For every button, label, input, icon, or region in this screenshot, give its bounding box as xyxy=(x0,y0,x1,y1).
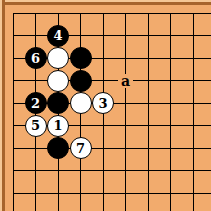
board-edge-left xyxy=(0,0,5,211)
black-stone xyxy=(70,70,92,92)
black-stone xyxy=(47,92,69,114)
point-label-a: a xyxy=(118,74,133,88)
white-stone-3: 3 xyxy=(92,92,114,114)
white-stone xyxy=(47,70,69,92)
go-board-grid[interactable]: 4623517a xyxy=(2,2,205,205)
black-stone xyxy=(47,137,69,159)
white-stone-7: 7 xyxy=(70,137,92,159)
black-stone-6: 6 xyxy=(25,47,47,69)
white-stone xyxy=(70,92,92,114)
board-edge-top xyxy=(0,0,211,5)
black-stone xyxy=(70,47,92,69)
white-stone-5: 5 xyxy=(25,115,47,137)
go-board-diagram: 4623517a xyxy=(0,0,211,211)
black-stone-4: 4 xyxy=(47,25,69,47)
white-stone-1: 1 xyxy=(47,115,69,137)
black-stone-2: 2 xyxy=(25,92,47,114)
white-stone xyxy=(47,47,69,69)
